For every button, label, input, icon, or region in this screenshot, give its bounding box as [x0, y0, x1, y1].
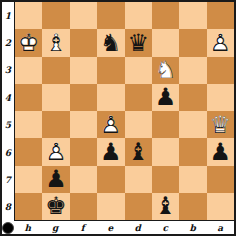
chess-diagram: 12345678 ♚♔♝♗♞♛♟♙♞♘♟♟♙♛♕♟♙♟♝♟♟♚♝ hgfedcb… — [0, 0, 236, 236]
rank-label-3: 3 — [2, 57, 14, 84]
black-knight[interactable]: ♞ — [97, 29, 124, 56]
white-knight[interactable]: ♘ — [152, 57, 179, 84]
square-a8[interactable] — [207, 193, 234, 220]
rank-label-6: 6 — [2, 139, 14, 166]
square-c8[interactable]: ♝ — [152, 193, 179, 220]
file-label-d: d — [124, 221, 152, 234]
square-f5[interactable] — [70, 111, 97, 138]
rank-label-8: 8 — [2, 194, 14, 221]
white-queen-fill: ♛ — [207, 111, 234, 138]
square-h4[interactable] — [15, 84, 42, 111]
square-a7[interactable] — [207, 166, 234, 193]
square-c6[interactable] — [152, 138, 179, 165]
square-g7[interactable]: ♟ — [42, 166, 69, 193]
white-pawn-fill: ♟ — [42, 138, 69, 165]
white-queen[interactable]: ♕ — [207, 111, 234, 138]
file-label-c: c — [152, 221, 180, 234]
white-knight-fill: ♞ — [152, 57, 179, 84]
file-labels: hgfedcba — [14, 221, 234, 234]
square-d7[interactable] — [125, 166, 152, 193]
square-a6[interactable]: ♟ — [207, 138, 234, 165]
black-bishop[interactable]: ♝ — [125, 138, 152, 165]
square-a4[interactable] — [207, 84, 234, 111]
square-c5[interactable] — [152, 111, 179, 138]
black-pawn[interactable]: ♟ — [207, 138, 234, 165]
black-pawn[interactable]: ♟ — [42, 166, 69, 193]
square-f8[interactable] — [70, 193, 97, 220]
square-g8[interactable]: ♚ — [42, 193, 69, 220]
white-bishop-fill: ♝ — [42, 29, 69, 56]
square-h5[interactable] — [15, 111, 42, 138]
square-d8[interactable] — [125, 193, 152, 220]
white-bishop[interactable]: ♗ — [42, 29, 69, 56]
white-pawn-fill: ♟ — [207, 29, 234, 56]
square-e7[interactable] — [97, 166, 124, 193]
square-h7[interactable] — [15, 166, 42, 193]
square-d6[interactable]: ♝ — [125, 138, 152, 165]
square-g3[interactable] — [42, 57, 69, 84]
square-d2[interactable]: ♛ — [125, 29, 152, 56]
white-king[interactable]: ♔ — [15, 29, 42, 56]
square-e8[interactable] — [97, 193, 124, 220]
square-d4[interactable] — [125, 84, 152, 111]
square-e1[interactable] — [97, 2, 124, 29]
square-h3[interactable] — [15, 57, 42, 84]
rank-label-4: 4 — [2, 84, 14, 111]
square-d3[interactable] — [125, 57, 152, 84]
square-b7[interactable] — [179, 166, 206, 193]
file-label-b: b — [179, 221, 207, 234]
square-b4[interactable] — [179, 84, 206, 111]
square-c3[interactable]: ♞♘ — [152, 57, 179, 84]
file-label-h: h — [14, 221, 42, 234]
square-g5[interactable] — [42, 111, 69, 138]
square-e5[interactable]: ♟♙ — [97, 111, 124, 138]
rank-label-5: 5 — [2, 112, 14, 139]
file-label-g: g — [42, 221, 70, 234]
square-g4[interactable] — [42, 84, 69, 111]
square-b2[interactable] — [179, 29, 206, 56]
black-pawn[interactable]: ♟ — [152, 84, 179, 111]
square-h2[interactable]: ♚♔ — [15, 29, 42, 56]
square-e6[interactable]: ♟ — [97, 138, 124, 165]
square-b8[interactable] — [179, 193, 206, 220]
white-king-fill: ♚ — [15, 29, 42, 56]
square-c7[interactable] — [152, 166, 179, 193]
square-g2[interactable]: ♝♗ — [42, 29, 69, 56]
rank-labels: 12345678 — [2, 2, 14, 221]
square-g6[interactable]: ♟♙ — [42, 138, 69, 165]
square-a5[interactable]: ♛♕ — [207, 111, 234, 138]
square-b6[interactable] — [179, 138, 206, 165]
square-f6[interactable] — [70, 138, 97, 165]
square-h6[interactable] — [15, 138, 42, 165]
side-to-move-corner — [2, 221, 14, 234]
file-label-f: f — [69, 221, 97, 234]
black-queen[interactable]: ♛ — [125, 29, 152, 56]
rank-label-1: 1 — [2, 2, 14, 29]
square-a3[interactable] — [207, 57, 234, 84]
square-d5[interactable] — [125, 111, 152, 138]
rank-label-2: 2 — [2, 29, 14, 56]
square-g1[interactable] — [42, 2, 69, 29]
square-h8[interactable] — [15, 193, 42, 220]
square-f4[interactable] — [70, 84, 97, 111]
square-h1[interactable] — [15, 2, 42, 29]
square-b1[interactable] — [179, 2, 206, 29]
square-c2[interactable] — [152, 29, 179, 56]
square-c1[interactable] — [152, 2, 179, 29]
square-f2[interactable] — [70, 29, 97, 56]
black-pawn[interactable]: ♟ — [97, 138, 124, 165]
file-label-e: e — [97, 221, 125, 234]
black-to-move-indicator — [2, 222, 14, 234]
square-e4[interactable] — [97, 84, 124, 111]
white-pawn[interactable]: ♙ — [42, 138, 69, 165]
square-b3[interactable] — [179, 57, 206, 84]
chess-board[interactable]: ♚♔♝♗♞♛♟♙♞♘♟♟♙♛♕♟♙♟♝♟♟♚♝ — [14, 2, 234, 221]
square-f1[interactable] — [70, 2, 97, 29]
white-pawn[interactable]: ♙ — [97, 111, 124, 138]
white-pawn[interactable]: ♙ — [207, 29, 234, 56]
square-c4[interactable]: ♟ — [152, 84, 179, 111]
black-king[interactable]: ♚ — [42, 193, 69, 220]
square-f3[interactable] — [70, 57, 97, 84]
square-e3[interactable] — [97, 57, 124, 84]
square-f7[interactable] — [70, 166, 97, 193]
white-pawn-fill: ♟ — [97, 111, 124, 138]
square-e2[interactable]: ♞ — [97, 29, 124, 56]
black-bishop[interactable]: ♝ — [152, 193, 179, 220]
square-a2[interactable]: ♟♙ — [207, 29, 234, 56]
square-b5[interactable] — [179, 111, 206, 138]
file-label-a: a — [207, 221, 235, 234]
square-d1[interactable] — [125, 2, 152, 29]
square-a1[interactable] — [207, 2, 234, 29]
rank-label-7: 7 — [2, 166, 14, 193]
